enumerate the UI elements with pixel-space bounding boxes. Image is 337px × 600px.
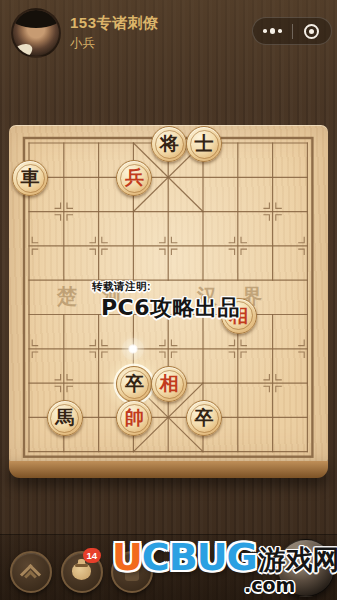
- level-title: 153专诸刺僚: [70, 14, 159, 33]
- piece-士-black[interactable]: 士: [186, 126, 222, 162]
- more-dots-icon: [270, 28, 276, 34]
- piece-将-black[interactable]: 将: [151, 126, 187, 162]
- river-label-left: 楚 河: [57, 283, 131, 310]
- xiangqi-board[interactable]: 楚 河 汉 界 将士車兵相卒相馬帥卒: [9, 125, 328, 463]
- player-avatar[interactable]: [11, 8, 61, 58]
- target-circle-icon: [304, 24, 319, 39]
- board-wooden-edge: [9, 461, 328, 478]
- rank-label: 小兵: [70, 35, 95, 52]
- piece-馬-black[interactable]: 馬: [47, 400, 83, 436]
- tool-icon: [125, 562, 139, 581]
- app-screen: 153专诸刺僚 小兵 楚 河 汉 界 将士車兵相卒相馬帥卒 转载请注明: PC6…: [0, 0, 337, 600]
- wechat-capsule: [252, 17, 332, 45]
- menu-sphere-button[interactable]: [277, 539, 335, 597]
- close-button[interactable]: [293, 18, 332, 44]
- piece-相-red[interactable]: 相: [221, 298, 257, 334]
- hint-count-badge: 14: [83, 548, 101, 563]
- obscured-tool-button[interactable]: [111, 551, 153, 593]
- more-dots-icon: [278, 29, 282, 33]
- more-button[interactable]: [253, 18, 292, 44]
- more-dots-icon: [263, 29, 267, 33]
- collapse-button[interactable]: [10, 551, 52, 593]
- money-bag-icon: [72, 563, 91, 580]
